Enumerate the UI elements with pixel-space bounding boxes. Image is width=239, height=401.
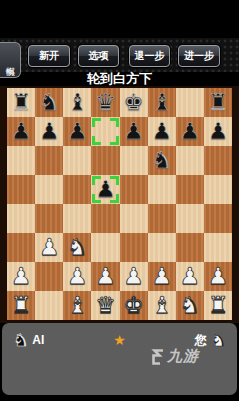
square-b3[interactable]: ♟ bbox=[35, 233, 63, 262]
square-e6[interactable] bbox=[120, 146, 148, 175]
square-c7[interactable]: ♟ bbox=[63, 117, 91, 146]
black-king: ♚ bbox=[123, 91, 144, 114]
options-button[interactable]: 选项 bbox=[78, 45, 119, 67]
square-h3[interactable] bbox=[204, 233, 232, 262]
square-d8[interactable]: ♛ bbox=[91, 88, 119, 117]
white-pawn: ♟ bbox=[180, 265, 201, 288]
black-pawn: ♟ bbox=[39, 120, 60, 143]
black-knight: ♞ bbox=[151, 149, 172, 172]
footer-panel: ♞ AI ★ 您 ♞ 九游 bbox=[2, 323, 237, 395]
white-pawn: ♟ bbox=[39, 236, 60, 259]
square-b5[interactable] bbox=[35, 175, 63, 204]
square-a8[interactable]: ♜ bbox=[7, 88, 35, 117]
black-pawn: ♟ bbox=[95, 178, 116, 201]
square-f1[interactable]: ♝ bbox=[148, 291, 176, 320]
white-pawn: ♟ bbox=[11, 265, 32, 288]
white-bishop: ♝ bbox=[67, 294, 88, 317]
square-f7[interactable]: ♟ bbox=[148, 117, 176, 146]
black-pawn: ♟ bbox=[208, 120, 229, 143]
square-e2[interactable]: ♟ bbox=[120, 262, 148, 291]
jiuyou-logo: 九游 bbox=[151, 347, 199, 366]
square-b2[interactable] bbox=[35, 262, 63, 291]
step-back-button[interactable]: 退一步 bbox=[129, 45, 170, 67]
square-e4[interactable] bbox=[120, 204, 148, 233]
black-pawn: ♟ bbox=[11, 120, 32, 143]
square-a2[interactable]: ♟ bbox=[7, 262, 35, 291]
square-g5[interactable] bbox=[176, 175, 204, 204]
turn-status-text: 轮到白方下 bbox=[0, 72, 239, 86]
black-bishop: ♝ bbox=[151, 91, 172, 114]
square-e3[interactable] bbox=[120, 233, 148, 262]
square-b6[interactable] bbox=[35, 146, 63, 175]
white-king: ♚ bbox=[123, 294, 144, 317]
square-g8[interactable] bbox=[176, 88, 204, 117]
square-e8[interactable]: ♚ bbox=[120, 88, 148, 117]
square-d6[interactable] bbox=[91, 146, 119, 175]
square-e1[interactable]: ♚ bbox=[120, 291, 148, 320]
square-h7[interactable]: ♟ bbox=[204, 117, 232, 146]
black-knight: ♞ bbox=[39, 91, 60, 114]
square-d2[interactable]: ♟ bbox=[91, 262, 119, 291]
square-c3[interactable]: ♞ bbox=[63, 233, 91, 262]
square-c2[interactable]: ♟ bbox=[63, 262, 91, 291]
square-c8[interactable]: ♝ bbox=[63, 88, 91, 117]
step-forward-button[interactable]: 进一步 bbox=[178, 45, 220, 67]
square-f6[interactable]: ♞ bbox=[148, 146, 176, 175]
white-knight: ♞ bbox=[180, 294, 201, 317]
square-d3[interactable] bbox=[91, 233, 119, 262]
square-d5[interactable]: ♟ bbox=[91, 175, 119, 204]
white-knight-icon: ♞ bbox=[211, 331, 226, 349]
square-g6[interactable] bbox=[176, 146, 204, 175]
square-f2[interactable]: ♟ bbox=[148, 262, 176, 291]
players-row: ♞ AI ★ 您 ♞ bbox=[2, 331, 237, 349]
square-e5[interactable] bbox=[120, 175, 148, 204]
white-knight: ♞ bbox=[67, 236, 88, 259]
square-h5[interactable] bbox=[204, 175, 232, 204]
square-g7[interactable]: ♟ bbox=[176, 117, 204, 146]
square-h6[interactable] bbox=[204, 146, 232, 175]
square-a5[interactable] bbox=[7, 175, 35, 204]
square-h1[interactable]: ♜ bbox=[204, 291, 232, 320]
square-g4[interactable] bbox=[176, 204, 204, 233]
white-bishop: ♝ bbox=[151, 294, 172, 317]
square-c6[interactable] bbox=[63, 146, 91, 175]
square-e7[interactable]: ♟ bbox=[120, 117, 148, 146]
square-a3[interactable] bbox=[7, 233, 35, 262]
square-f8[interactable]: ♝ bbox=[148, 88, 176, 117]
black-pawn: ♟ bbox=[180, 120, 201, 143]
square-c4[interactable] bbox=[63, 204, 91, 233]
square-h4[interactable] bbox=[204, 204, 232, 233]
square-a4[interactable] bbox=[7, 204, 35, 233]
square-a6[interactable] bbox=[7, 146, 35, 175]
white-pawn: ♟ bbox=[123, 265, 144, 288]
black-rook: ♜ bbox=[208, 91, 229, 114]
black-bishop: ♝ bbox=[67, 91, 88, 114]
square-g1[interactable]: ♞ bbox=[176, 291, 204, 320]
black-rook: ♜ bbox=[11, 91, 32, 114]
square-d1[interactable]: ♛ bbox=[91, 291, 119, 320]
human-player: 您 ♞ bbox=[195, 331, 226, 349]
square-g2[interactable]: ♟ bbox=[176, 262, 204, 291]
square-b8[interactable]: ♞ bbox=[35, 88, 63, 117]
square-g3[interactable] bbox=[176, 233, 204, 262]
jiuyou-logo-mark bbox=[151, 349, 164, 365]
white-rook: ♜ bbox=[11, 294, 32, 317]
square-f5[interactable] bbox=[148, 175, 176, 204]
white-pawn: ♟ bbox=[95, 265, 116, 288]
new-game-button[interactable]: 新开 bbox=[28, 45, 70, 67]
square-d4[interactable] bbox=[91, 204, 119, 233]
white-queen: ♛ bbox=[95, 294, 116, 317]
black-pawn: ♟ bbox=[123, 120, 144, 143]
board-frame: ♜♞♝♛♚♝♜♟♟♟♟♟♟♟♞♟♟♞♟♟♟♟♟♟♟♜♝♛♚♝♞♜ bbox=[0, 86, 239, 323]
jiuyou-logo-text: 九游 bbox=[167, 347, 199, 366]
black-pawn: ♟ bbox=[151, 120, 172, 143]
takeback-side-tab[interactable]: 悔棋 bbox=[0, 42, 21, 78]
square-f3[interactable] bbox=[148, 233, 176, 262]
square-c1[interactable]: ♝ bbox=[63, 291, 91, 320]
square-b1[interactable] bbox=[35, 291, 63, 320]
square-h8[interactable]: ♜ bbox=[204, 88, 232, 117]
chess-board[interactable]: ♜♞♝♛♚♝♜♟♟♟♟♟♟♟♞♟♟♞♟♟♟♟♟♟♟♜♝♛♚♝♞♜ bbox=[7, 88, 232, 320]
black-queen: ♛ bbox=[95, 91, 116, 114]
square-f4[interactable] bbox=[148, 204, 176, 233]
square-b4[interactable] bbox=[35, 204, 63, 233]
square-d7[interactable] bbox=[91, 117, 119, 146]
square-h2[interactable]: ♟ bbox=[204, 262, 232, 291]
white-pawn: ♟ bbox=[67, 265, 88, 288]
white-rook: ♜ bbox=[208, 294, 229, 317]
last-move-highlight bbox=[92, 118, 118, 145]
square-c5[interactable] bbox=[63, 175, 91, 204]
black-pawn: ♟ bbox=[67, 120, 88, 143]
square-a1[interactable]: ♜ bbox=[7, 291, 35, 320]
square-b7[interactable]: ♟ bbox=[35, 117, 63, 146]
white-pawn: ♟ bbox=[208, 265, 229, 288]
square-a7[interactable]: ♟ bbox=[7, 117, 35, 146]
white-pawn: ♟ bbox=[151, 265, 172, 288]
